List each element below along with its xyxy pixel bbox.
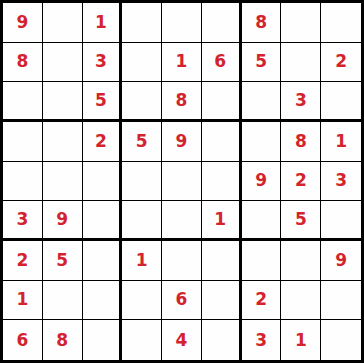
given-digit: 1: [214, 211, 226, 228]
given-digit: 9: [56, 211, 68, 228]
cell-r4c3[interactable]: 2: [83, 122, 123, 162]
cell-r5c4[interactable]: [122, 162, 162, 202]
cell-r7c4[interactable]: 1: [122, 241, 162, 281]
cell-r3c9[interactable]: [321, 82, 361, 122]
cell-r3c1[interactable]: [3, 82, 43, 122]
given-digit: 1: [16, 291, 28, 308]
cell-r6c7[interactable]: [242, 201, 282, 241]
cell-r4c5[interactable]: 9: [162, 122, 202, 162]
cell-r7c3[interactable]: [83, 241, 123, 281]
cell-r6c1[interactable]: 3: [3, 201, 43, 241]
sudoku-board: 918831652583259819233915251916268431: [0, 0, 364, 363]
cell-r1c6[interactable]: [202, 3, 242, 43]
given-digit: 1: [176, 53, 188, 70]
cell-r5c5[interactable]: [162, 162, 202, 202]
given-digit: 3: [95, 53, 107, 70]
cell-r5c8[interactable]: 2: [281, 162, 321, 202]
given-digit: 2: [295, 172, 307, 189]
cell-r2c7[interactable]: 5: [242, 43, 282, 83]
cell-r2c3[interactable]: 3: [83, 43, 123, 83]
cell-r7c5[interactable]: [162, 241, 202, 281]
cell-r4c7[interactable]: [242, 122, 282, 162]
cell-r8c2[interactable]: [43, 281, 83, 321]
cell-r8c6[interactable]: [202, 281, 242, 321]
cell-r4c2[interactable]: [43, 122, 83, 162]
cell-r1c8[interactable]: [281, 3, 321, 43]
cell-r8c4[interactable]: [122, 281, 162, 321]
cell-r9c1[interactable]: 6: [3, 320, 43, 360]
given-digit: 1: [295, 332, 307, 349]
given-digit: 1: [335, 133, 347, 150]
given-digit: 1: [136, 252, 148, 269]
cell-r3c3[interactable]: 5: [83, 82, 123, 122]
given-digit: 8: [295, 133, 307, 150]
cell-r2c9[interactable]: 2: [321, 43, 361, 83]
cell-r2c2[interactable]: [43, 43, 83, 83]
cell-r1c9[interactable]: [321, 3, 361, 43]
cell-r3c5[interactable]: 8: [162, 82, 202, 122]
cell-r7c6[interactable]: [202, 241, 242, 281]
given-digit: 3: [295, 92, 307, 109]
cell-r1c4[interactable]: [122, 3, 162, 43]
cell-r8c8[interactable]: [281, 281, 321, 321]
cell-r9c6[interactable]: [202, 320, 242, 360]
cell-r5c9[interactable]: 3: [321, 162, 361, 202]
given-digit: 3: [335, 172, 347, 189]
cell-r9c8[interactable]: 1: [281, 320, 321, 360]
cell-r6c8[interactable]: 5: [281, 201, 321, 241]
given-digit: 5: [136, 133, 148, 150]
cell-r2c4[interactable]: [122, 43, 162, 83]
cell-r2c1[interactable]: 8: [3, 43, 43, 83]
cell-r1c2[interactable]: [43, 3, 83, 43]
cell-r7c9[interactable]: 9: [321, 241, 361, 281]
cell-r3c8[interactable]: 3: [281, 82, 321, 122]
cell-r9c2[interactable]: 8: [43, 320, 83, 360]
cell-r6c3[interactable]: [83, 201, 123, 241]
cell-r5c1[interactable]: [3, 162, 43, 202]
given-digit: 9: [16, 14, 28, 31]
cell-r6c6[interactable]: 1: [202, 201, 242, 241]
given-digit: 9: [335, 252, 347, 269]
cell-r4c8[interactable]: 8: [281, 122, 321, 162]
cell-r3c4[interactable]: [122, 82, 162, 122]
cell-r8c5[interactable]: 6: [162, 281, 202, 321]
given-digit: 2: [16, 252, 28, 269]
cell-r4c9[interactable]: 1: [321, 122, 361, 162]
given-digit: 5: [295, 211, 307, 228]
cell-r1c7[interactable]: 8: [242, 3, 282, 43]
cell-r5c6[interactable]: [202, 162, 242, 202]
cell-r2c8[interactable]: [281, 43, 321, 83]
given-digit: 1: [95, 14, 107, 31]
cell-r7c8[interactable]: [281, 241, 321, 281]
cell-r1c1[interactable]: 9: [3, 3, 43, 43]
given-digit: 5: [56, 252, 68, 269]
cell-r9c4[interactable]: [122, 320, 162, 360]
cell-r2c6[interactable]: 6: [202, 43, 242, 83]
cell-r7c7[interactable]: [242, 241, 282, 281]
cell-r7c2[interactable]: 5: [43, 241, 83, 281]
given-digit: 6: [214, 53, 226, 70]
given-digit: 9: [255, 172, 267, 189]
cell-r3c6[interactable]: [202, 82, 242, 122]
cell-r9c9[interactable]: [321, 320, 361, 360]
cell-r9c7[interactable]: 3: [242, 320, 282, 360]
cell-r7c1[interactable]: 2: [3, 241, 43, 281]
cell-r8c3[interactable]: [83, 281, 123, 321]
cell-r2c5[interactable]: 1: [162, 43, 202, 83]
cell-r5c2[interactable]: [43, 162, 83, 202]
cell-r6c2[interactable]: 9: [43, 201, 83, 241]
cell-r5c3[interactable]: [83, 162, 123, 202]
given-digit: 8: [255, 14, 267, 31]
cell-r9c5[interactable]: 4: [162, 320, 202, 360]
cell-r3c7[interactable]: [242, 82, 282, 122]
given-digit: 2: [255, 291, 267, 308]
given-digit: 4: [176, 332, 188, 349]
cell-r6c4[interactable]: [122, 201, 162, 241]
cell-r9c3[interactable]: [83, 320, 123, 360]
cell-r1c3[interactable]: 1: [83, 3, 123, 43]
given-digit: 8: [16, 53, 28, 70]
cell-r8c1[interactable]: 1: [3, 281, 43, 321]
given-digit: 8: [176, 92, 188, 109]
given-digit: 5: [255, 53, 267, 70]
cell-r5c7[interactable]: 9: [242, 162, 282, 202]
cell-r6c9[interactable]: [321, 201, 361, 241]
cell-r4c1[interactable]: [3, 122, 43, 162]
given-digit: 6: [176, 291, 188, 308]
cell-r8c9[interactable]: [321, 281, 361, 321]
given-digit: 6: [16, 332, 28, 349]
given-digit: 8: [56, 332, 68, 349]
cell-r4c4[interactable]: 5: [122, 122, 162, 162]
cell-r6c5[interactable]: [162, 201, 202, 241]
cell-r3c2[interactable]: [43, 82, 83, 122]
cell-r8c7[interactable]: 2: [242, 281, 282, 321]
cell-r4c6[interactable]: [202, 122, 242, 162]
given-digit: 5: [95, 92, 107, 109]
given-digit: 3: [255, 332, 267, 349]
cell-r1c5[interactable]: [162, 3, 202, 43]
given-digit: 2: [95, 133, 107, 150]
given-digit: 3: [16, 211, 28, 228]
given-digit: 9: [176, 133, 188, 150]
given-digit: 2: [335, 53, 347, 70]
